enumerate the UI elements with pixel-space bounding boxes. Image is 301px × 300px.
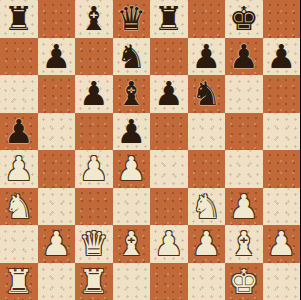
square-f3[interactable]: ♞ <box>188 188 226 226</box>
square-c3[interactable] <box>75 188 113 226</box>
square-g2[interactable]: ♝ <box>225 225 263 263</box>
square-a5[interactable]: ♟ <box>0 113 38 151</box>
piece-white-bishop[interactable]: ♝ <box>225 225 263 263</box>
square-b1[interactable] <box>38 263 76 300</box>
piece-black-pawn[interactable]: ♟ <box>113 113 151 151</box>
square-d4[interactable]: ♟ <box>113 150 151 188</box>
square-h2[interactable]: ♟ <box>263 225 301 263</box>
square-h6[interactable] <box>263 75 301 113</box>
piece-black-queen[interactable]: ♛ <box>113 0 151 38</box>
square-e3[interactable] <box>150 188 188 226</box>
square-f5[interactable] <box>188 113 226 151</box>
square-f7[interactable]: ♟ <box>188 38 226 76</box>
piece-black-pawn[interactable]: ♟ <box>38 38 76 76</box>
square-a8[interactable]: ♜ <box>0 0 38 38</box>
piece-white-pawn[interactable]: ♟ <box>150 225 188 263</box>
square-c8[interactable]: ♝ <box>75 0 113 38</box>
square-h8[interactable] <box>263 0 301 38</box>
piece-white-pawn[interactable]: ♟ <box>75 150 113 188</box>
piece-black-pawn[interactable]: ♟ <box>188 38 226 76</box>
square-e8[interactable]: ♜ <box>150 0 188 38</box>
square-g7[interactable]: ♟ <box>225 38 263 76</box>
square-c6[interactable]: ♟ <box>75 75 113 113</box>
square-h7[interactable]: ♟ <box>263 38 301 76</box>
piece-white-pawn[interactable]: ♟ <box>263 225 301 263</box>
piece-black-rook[interactable]: ♜ <box>0 0 38 38</box>
square-g1[interactable]: ♚ <box>225 263 263 300</box>
piece-black-pawn[interactable]: ♟ <box>263 38 301 76</box>
square-f1[interactable] <box>188 263 226 300</box>
square-g6[interactable] <box>225 75 263 113</box>
square-b7[interactable]: ♟ <box>38 38 76 76</box>
square-b3[interactable] <box>38 188 76 226</box>
piece-white-pawn[interactable]: ♟ <box>188 225 226 263</box>
square-h4[interactable] <box>263 150 301 188</box>
square-a4[interactable]: ♟ <box>0 150 38 188</box>
square-h1[interactable] <box>263 263 301 300</box>
square-a6[interactable] <box>0 75 38 113</box>
square-d1[interactable] <box>113 263 151 300</box>
piece-black-pawn[interactable]: ♟ <box>150 75 188 113</box>
square-a7[interactable] <box>0 38 38 76</box>
square-e7[interactable] <box>150 38 188 76</box>
piece-black-knight[interactable]: ♞ <box>188 75 226 113</box>
square-g3[interactable]: ♟ <box>225 188 263 226</box>
square-h3[interactable] <box>263 188 301 226</box>
piece-black-bishop[interactable]: ♝ <box>113 75 151 113</box>
piece-white-king[interactable]: ♚ <box>225 263 263 300</box>
square-g8[interactable]: ♚ <box>225 0 263 38</box>
square-b6[interactable] <box>38 75 76 113</box>
square-d8[interactable]: ♛ <box>113 0 151 38</box>
chess-app: ♜♝♛♜♚♟♞♟♟♟♟♝♟♞♟♟♟♟♟♞♞♟♟♛♝♟♟♝♟♜♜♚ <box>0 0 300 300</box>
square-f8[interactable] <box>188 0 226 38</box>
square-d5[interactable]: ♟ <box>113 113 151 151</box>
square-e6[interactable]: ♟ <box>150 75 188 113</box>
square-g4[interactable] <box>225 150 263 188</box>
piece-white-pawn[interactable]: ♟ <box>113 150 151 188</box>
square-f4[interactable] <box>188 150 226 188</box>
square-a1[interactable]: ♜ <box>0 263 38 300</box>
square-e4[interactable] <box>150 150 188 188</box>
square-f6[interactable]: ♞ <box>188 75 226 113</box>
square-f2[interactable]: ♟ <box>188 225 226 263</box>
square-g5[interactable] <box>225 113 263 151</box>
square-e1[interactable] <box>150 263 188 300</box>
piece-white-rook[interactable]: ♜ <box>0 263 38 300</box>
piece-black-king[interactable]: ♚ <box>225 0 263 38</box>
square-d6[interactable]: ♝ <box>113 75 151 113</box>
piece-white-rook[interactable]: ♜ <box>75 263 113 300</box>
piece-white-pawn[interactable]: ♟ <box>38 225 76 263</box>
piece-black-pawn[interactable]: ♟ <box>225 38 263 76</box>
square-c7[interactable] <box>75 38 113 76</box>
piece-white-knight[interactable]: ♞ <box>0 188 38 226</box>
piece-black-knight[interactable]: ♞ <box>113 38 151 76</box>
piece-white-knight[interactable]: ♞ <box>188 188 226 226</box>
square-b5[interactable] <box>38 113 76 151</box>
piece-black-pawn[interactable]: ♟ <box>75 75 113 113</box>
piece-white-queen[interactable]: ♛ <box>75 225 113 263</box>
piece-white-pawn[interactable]: ♟ <box>0 150 38 188</box>
square-a2[interactable] <box>0 225 38 263</box>
piece-black-pawn[interactable]: ♟ <box>0 113 38 151</box>
square-b4[interactable] <box>38 150 76 188</box>
square-e5[interactable] <box>150 113 188 151</box>
square-d3[interactable] <box>113 188 151 226</box>
chess-board: ♜♝♛♜♚♟♞♟♟♟♟♝♟♞♟♟♟♟♟♞♞♟♟♛♝♟♟♝♟♜♜♚ <box>0 0 300 300</box>
square-b2[interactable]: ♟ <box>38 225 76 263</box>
square-h5[interactable] <box>263 113 301 151</box>
square-b8[interactable] <box>38 0 76 38</box>
square-c1[interactable]: ♜ <box>75 263 113 300</box>
piece-white-pawn[interactable]: ♟ <box>225 188 263 226</box>
square-c4[interactable]: ♟ <box>75 150 113 188</box>
piece-black-bishop[interactable]: ♝ <box>75 0 113 38</box>
square-e2[interactable]: ♟ <box>150 225 188 263</box>
square-d7[interactable]: ♞ <box>113 38 151 76</box>
piece-black-rook[interactable]: ♜ <box>150 0 188 38</box>
piece-white-bishop[interactable]: ♝ <box>113 225 151 263</box>
square-d2[interactable]: ♝ <box>113 225 151 263</box>
square-c2[interactable]: ♛ <box>75 225 113 263</box>
square-c5[interactable] <box>75 113 113 151</box>
square-a3[interactable]: ♞ <box>0 188 38 226</box>
